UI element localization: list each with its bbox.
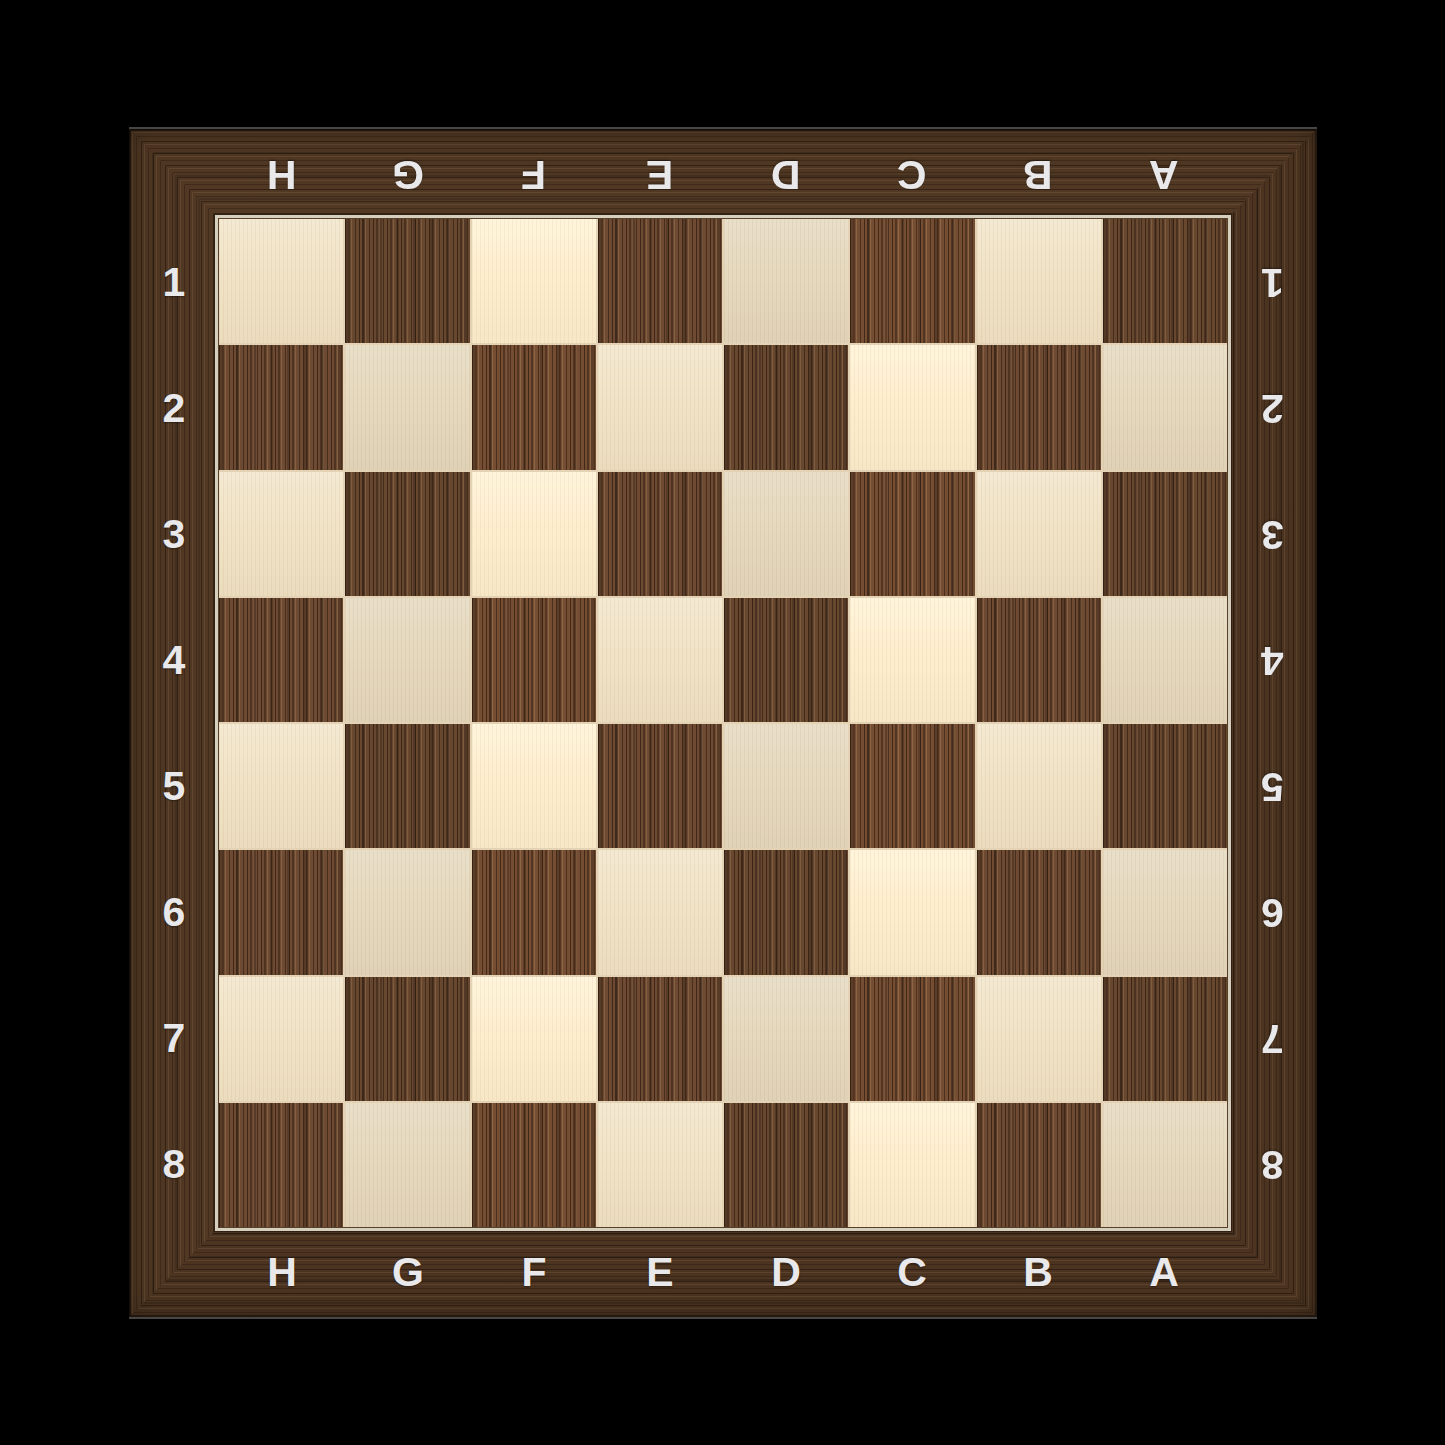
square-f1[interactable] xyxy=(472,219,596,343)
file-label-bottom-a: A xyxy=(1149,1252,1179,1293)
file-label-bottom-c: C xyxy=(897,1252,927,1293)
rank-label-left-6: 6 xyxy=(163,892,186,933)
square-a1[interactable] xyxy=(1103,219,1227,343)
square-d3[interactable] xyxy=(724,472,848,596)
chessboard: HGFEDCBA HGFEDCBA 12345678 12345678 xyxy=(129,129,1317,1317)
square-d6[interactable] xyxy=(724,850,848,974)
square-b2[interactable] xyxy=(977,345,1101,469)
square-c6[interactable] xyxy=(850,850,974,974)
file-labels-bottom: HGFEDCBA xyxy=(219,1227,1227,1317)
rank-label-left-8: 8 xyxy=(163,1144,186,1185)
file-label-bottom-g: G xyxy=(392,1252,424,1293)
square-c8[interactable] xyxy=(850,1103,974,1227)
board-edge-highlight-bottom xyxy=(129,1317,1317,1319)
square-a8[interactable] xyxy=(1103,1103,1227,1227)
file-label-bottom-b: B xyxy=(1023,1252,1053,1293)
square-g8[interactable] xyxy=(345,1103,469,1227)
square-b6[interactable] xyxy=(977,850,1101,974)
square-c4[interactable] xyxy=(850,598,974,722)
square-b1[interactable] xyxy=(977,219,1101,343)
square-d1[interactable] xyxy=(724,219,848,343)
square-c5[interactable] xyxy=(850,724,974,848)
file-label-top-a: A xyxy=(1149,154,1179,195)
rank-label-right-3: 3 xyxy=(1261,514,1284,555)
square-g7[interactable] xyxy=(345,977,469,1101)
square-h8[interactable] xyxy=(219,1103,343,1227)
board-field xyxy=(219,219,1227,1227)
square-f8[interactable] xyxy=(472,1103,596,1227)
file-labels-top: HGFEDCBA xyxy=(219,129,1227,219)
square-e6[interactable] xyxy=(598,850,722,974)
square-d7[interactable] xyxy=(724,977,848,1101)
file-label-top-g: G xyxy=(392,154,424,195)
file-label-bottom-d: D xyxy=(771,1252,801,1293)
square-g2[interactable] xyxy=(345,345,469,469)
square-f4[interactable] xyxy=(472,598,596,722)
square-f5[interactable] xyxy=(472,724,596,848)
file-label-top-f: F xyxy=(521,154,546,195)
square-g5[interactable] xyxy=(345,724,469,848)
rank-label-right-2: 2 xyxy=(1261,388,1284,429)
square-a6[interactable] xyxy=(1103,850,1227,974)
square-a2[interactable] xyxy=(1103,345,1227,469)
square-c3[interactable] xyxy=(850,472,974,596)
square-d8[interactable] xyxy=(724,1103,848,1227)
rank-label-right-7: 7 xyxy=(1261,1018,1284,1059)
square-h1[interactable] xyxy=(219,219,343,343)
square-a4[interactable] xyxy=(1103,598,1227,722)
square-e2[interactable] xyxy=(598,345,722,469)
rank-label-right-1: 1 xyxy=(1261,262,1284,303)
rank-label-left-7: 7 xyxy=(163,1018,186,1059)
square-f3[interactable] xyxy=(472,472,596,596)
square-g6[interactable] xyxy=(345,850,469,974)
rank-label-right-4: 4 xyxy=(1261,640,1284,681)
square-e5[interactable] xyxy=(598,724,722,848)
square-f6[interactable] xyxy=(472,850,596,974)
square-e7[interactable] xyxy=(598,977,722,1101)
square-b5[interactable] xyxy=(977,724,1101,848)
rank-labels-left: 12345678 xyxy=(129,219,219,1227)
square-h2[interactable] xyxy=(219,345,343,469)
rank-label-left-1: 1 xyxy=(163,262,186,303)
square-f2[interactable] xyxy=(472,345,596,469)
file-label-bottom-e: E xyxy=(646,1252,673,1293)
square-a5[interactable] xyxy=(1103,724,1227,848)
square-a3[interactable] xyxy=(1103,472,1227,596)
file-label-top-c: C xyxy=(897,154,927,195)
file-label-top-d: D xyxy=(771,154,801,195)
square-h4[interactable] xyxy=(219,598,343,722)
square-h3[interactable] xyxy=(219,472,343,596)
square-a7[interactable] xyxy=(1103,977,1227,1101)
square-h6[interactable] xyxy=(219,850,343,974)
rank-label-left-5: 5 xyxy=(163,766,186,807)
rank-label-left-3: 3 xyxy=(163,514,186,555)
rank-label-right-8: 8 xyxy=(1261,1144,1284,1185)
square-b4[interactable] xyxy=(977,598,1101,722)
square-e3[interactable] xyxy=(598,472,722,596)
square-c2[interactable] xyxy=(850,345,974,469)
file-label-top-e: E xyxy=(646,154,673,195)
rank-labels-right: 12345678 xyxy=(1227,219,1317,1227)
square-e1[interactable] xyxy=(598,219,722,343)
file-label-bottom-h: H xyxy=(267,1252,297,1293)
board-photo: HGFEDCBA HGFEDCBA 12345678 12345678 xyxy=(0,0,1445,1445)
square-b7[interactable] xyxy=(977,977,1101,1101)
file-label-bottom-f: F xyxy=(521,1252,546,1293)
square-g3[interactable] xyxy=(345,472,469,596)
file-label-top-h: H xyxy=(267,154,297,195)
rank-label-right-5: 5 xyxy=(1261,766,1284,807)
square-f7[interactable] xyxy=(472,977,596,1101)
square-e8[interactable] xyxy=(598,1103,722,1227)
square-h7[interactable] xyxy=(219,977,343,1101)
rank-label-left-2: 2 xyxy=(163,388,186,429)
square-c7[interactable] xyxy=(850,977,974,1101)
square-h5[interactable] xyxy=(219,724,343,848)
square-d5[interactable] xyxy=(724,724,848,848)
square-e4[interactable] xyxy=(598,598,722,722)
rank-label-right-6: 6 xyxy=(1261,892,1284,933)
square-g4[interactable] xyxy=(345,598,469,722)
square-g1[interactable] xyxy=(345,219,469,343)
square-b3[interactable] xyxy=(977,472,1101,596)
square-d4[interactable] xyxy=(724,598,848,722)
file-label-top-b: B xyxy=(1023,154,1053,195)
square-c1[interactable] xyxy=(850,219,974,343)
rank-label-left-4: 4 xyxy=(163,640,186,681)
square-b8[interactable] xyxy=(977,1103,1101,1227)
square-d2[interactable] xyxy=(724,345,848,469)
